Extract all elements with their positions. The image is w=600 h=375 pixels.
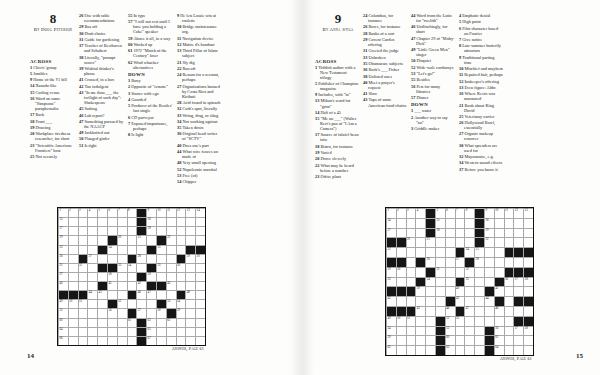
- grid-cell: 40: [455, 286, 465, 296]
- cell-number: 32: [79, 264, 82, 267]
- grid-cell: [117, 245, 127, 254]
- grid-cell: [455, 267, 465, 277]
- grid-cell: 41: [107, 281, 117, 290]
- black-square: [484, 335, 494, 345]
- black-square: [425, 267, 435, 277]
- grid-cell: 51: [406, 316, 416, 326]
- grid-cell: 57: [136, 308, 146, 317]
- grid-cell: 36: [176, 263, 186, 272]
- black-square: [195, 245, 205, 254]
- cell-number: 44: [485, 297, 488, 300]
- cell-number: 59: [387, 336, 390, 339]
- black-square: [415, 257, 425, 267]
- clue: 46 Unflinchingly, for short: [411, 24, 455, 34]
- grid-cell: 55: [58, 308, 68, 317]
- clue: 53 "Let's go!": [411, 71, 455, 76]
- cell-number: 21: [138, 236, 141, 239]
- grid-cell: 18: [435, 228, 445, 238]
- puzzle-8-byline: By Doug Peterson: [30, 27, 76, 33]
- cell-number: 1: [387, 209, 389, 212]
- black-square: [523, 296, 533, 306]
- grid-cell: 66: [58, 336, 68, 345]
- cell-number: 34: [128, 264, 131, 267]
- grid-cell: 42: [386, 296, 396, 306]
- cell-number: 14: [197, 209, 200, 212]
- clue: 3 Griddle maker: [411, 126, 455, 131]
- grid-cell: 53: [166, 299, 176, 308]
- grid-cell: [455, 335, 465, 345]
- grid-cell: [166, 254, 176, 263]
- grid-cell: 37: [58, 272, 68, 281]
- grid-cell: 60: [58, 318, 68, 327]
- clue: 49 "Little Green Men" singer: [411, 47, 455, 57]
- grid-cell: [415, 237, 425, 247]
- grid-cell: [484, 316, 494, 326]
- clue: 4 Guarded: [128, 97, 173, 102]
- cell-number: 63: [167, 319, 170, 322]
- clue: 5 High point: [459, 19, 503, 24]
- grid-cell: [117, 290, 127, 299]
- grid-cell: [87, 226, 97, 235]
- cell-number: 19: [59, 236, 62, 239]
- grid-cell: [97, 254, 107, 263]
- grid-cell: 1: [58, 208, 68, 217]
- black-square: [474, 218, 484, 228]
- black-square: [136, 336, 146, 345]
- cell-number: 19: [485, 229, 488, 232]
- grid-cell: [484, 277, 494, 287]
- clue: 24 Columbus, for instance: [363, 13, 407, 23]
- grid-cell: [415, 228, 425, 238]
- black-square: [386, 286, 396, 296]
- grid-cell: 50: [396, 316, 406, 326]
- cell-number: 29: [187, 255, 190, 258]
- black-square: [176, 290, 186, 299]
- grid-cell: [195, 299, 205, 308]
- grid-cell: [494, 237, 504, 247]
- clue: 29 Bus off: [79, 24, 124, 29]
- black-square: [484, 286, 494, 296]
- cell-number: 52: [118, 300, 121, 303]
- grid-cell: 40: [58, 281, 68, 290]
- clue: 52 Wide-wale corduroys: [411, 65, 455, 70]
- grid-cell: [455, 237, 465, 247]
- clue: 14 Xanadu-like: [30, 83, 75, 88]
- grid-cell: [464, 345, 474, 355]
- cell-number: 2: [69, 209, 71, 212]
- grid-cell: [425, 326, 435, 336]
- grid-cell: 48: [185, 290, 195, 299]
- cell-number: 11: [505, 209, 508, 212]
- grid-cell: [68, 235, 78, 244]
- clue: 13 Third Pillar of Islam subject: [177, 48, 221, 58]
- cell-number: 24: [108, 246, 111, 249]
- grid-cell: [176, 281, 186, 290]
- black-square: [425, 218, 435, 228]
- grid-cell: [78, 272, 88, 281]
- cell-number: 20: [118, 236, 121, 239]
- cell-number: 43: [167, 282, 170, 285]
- black-square: [97, 245, 107, 254]
- clue: 48 Very small opening: [177, 160, 221, 165]
- grid-cell: [87, 235, 97, 244]
- grid-cell: [406, 326, 416, 336]
- grid-cell: 8: [127, 208, 137, 217]
- grid-cell: 39: [415, 286, 425, 296]
- grid-cell: [474, 316, 484, 326]
- clue: 36 Original head writer of "SCTV": [177, 131, 221, 141]
- grid-cell: [127, 299, 137, 308]
- clue: 11 Repaired hair, perhaps: [459, 72, 503, 77]
- black-square: [425, 228, 435, 238]
- cell-number: 40: [59, 282, 62, 285]
- grid-cell: [107, 327, 117, 336]
- cell-number: 37: [59, 273, 62, 276]
- grid-cell: [523, 228, 533, 238]
- cell-number: 57: [515, 327, 518, 330]
- black-square: [406, 306, 416, 316]
- grid-cell: [195, 226, 205, 235]
- cell-number: 21: [427, 238, 430, 241]
- clue: 55 In type: [128, 13, 173, 18]
- cell-number: 8: [128, 209, 130, 212]
- grid-cell: [415, 316, 425, 326]
- black-square: [136, 217, 146, 226]
- clue: 25 Not securely: [30, 154, 75, 159]
- black-square: [156, 235, 166, 244]
- clue: 21 Sly dig: [177, 60, 221, 65]
- grid-cell: [445, 247, 455, 257]
- grid-cell: [127, 226, 137, 235]
- grid-cell: [156, 327, 166, 336]
- grid-cell: [87, 217, 97, 226]
- grid-cell: 8: [464, 208, 474, 218]
- grid-cell: [127, 217, 137, 226]
- grid-cell: [68, 217, 78, 226]
- page-number-14: 14: [27, 352, 34, 360]
- grid-cell: [87, 336, 97, 345]
- black-square: [396, 286, 406, 296]
- clue: 9 Traditional parting time: [459, 55, 503, 65]
- black-square: [396, 306, 406, 316]
- cell-number: 35: [157, 264, 160, 267]
- clue: 50 Flanged girder: [79, 136, 124, 141]
- grid-cell: [176, 235, 186, 244]
- grid-cell: 6: [445, 208, 455, 218]
- grid-cell: 49: [386, 316, 396, 326]
- black-square: [396, 237, 406, 247]
- black-square: [455, 306, 465, 316]
- puzzle-9-clue-column-2: 24 Columbus, for instance26 Bores, for i…: [363, 13, 407, 109]
- grid-cell: 33: [386, 277, 396, 287]
- grid-cell: [176, 272, 186, 281]
- grid-cell: 63: [445, 345, 455, 355]
- grid-cell: [406, 267, 416, 277]
- black-square: [523, 247, 533, 257]
- grid-cell: [455, 326, 465, 336]
- grid-cell: [195, 336, 205, 345]
- grid-cell: 24: [107, 245, 117, 254]
- cell-number: 60: [59, 319, 62, 322]
- cell-number: 23: [387, 248, 390, 251]
- grid-cell: [166, 290, 176, 299]
- black-square: [474, 228, 484, 238]
- cell-number: 4: [89, 209, 91, 212]
- grid-cell: [513, 335, 523, 345]
- grid-cell: 64: [58, 327, 68, 336]
- grid-cell: 41: [494, 286, 504, 296]
- grid-cell: [435, 247, 445, 257]
- grid-cell: [415, 335, 425, 345]
- clue: 35 Taken down: [177, 125, 221, 130]
- grid-cell: 22: [484, 237, 494, 247]
- grid-cell: 61: [127, 318, 137, 327]
- grid-cell: [396, 345, 406, 355]
- grid-cell: [523, 218, 533, 228]
- grid-cell: [513, 345, 523, 355]
- cell-number: 53: [456, 317, 459, 320]
- grid-cell: [474, 306, 484, 316]
- grid-cell: [513, 286, 523, 296]
- grid-cell: [117, 272, 127, 281]
- black-square: [156, 281, 166, 290]
- grid-cell: [68, 263, 78, 272]
- cell-number: 7: [456, 209, 458, 212]
- black-square: [97, 263, 107, 272]
- grid-cell: 43: [166, 281, 176, 290]
- grid-cell: [176, 318, 186, 327]
- grid-cell: [484, 267, 494, 277]
- grid-cell: 23: [58, 245, 68, 254]
- grid-cell: [523, 335, 533, 345]
- black-square: [78, 290, 88, 299]
- cell-number: 38: [525, 278, 528, 281]
- cell-number: 42: [387, 297, 390, 300]
- grid-cell: [523, 237, 533, 247]
- cell-number: 45: [99, 291, 102, 294]
- grid-cell: [464, 296, 474, 306]
- grid-cell: [445, 228, 455, 238]
- grid-cell: 23: [386, 247, 396, 257]
- grid-cell: 15: [435, 218, 445, 228]
- black-square: [107, 263, 117, 272]
- grid-cell: [176, 336, 186, 345]
- grid-cell: [504, 228, 514, 238]
- clue: 24 Reason for a recount, perhaps: [177, 72, 221, 82]
- clue: 20 Drove cleverly: [315, 156, 359, 161]
- grid-cell: 45: [97, 290, 107, 299]
- grid-cell: [117, 281, 127, 290]
- grid-cell: [504, 345, 514, 355]
- cell-number: 41: [108, 282, 111, 285]
- black-square: [386, 257, 396, 267]
- grid-cell: [504, 257, 514, 267]
- grid-cell: 56: [494, 326, 504, 336]
- cell-number: 17: [387, 229, 390, 232]
- clue: 15 Curling venue: [30, 90, 75, 95]
- grid-cell: 35: [464, 277, 474, 287]
- grid-cell: [406, 277, 416, 287]
- cell-number: 49: [59, 300, 62, 303]
- clue: 16 Word on some "Simpsons" paraphernalia: [30, 96, 75, 111]
- grid-cell: [504, 286, 514, 296]
- grid-cell: [117, 217, 127, 226]
- cell-number: 48: [495, 307, 498, 310]
- cell-number: 9: [485, 209, 487, 212]
- clue: 40 Meet a prayer's request: [363, 80, 407, 90]
- grid-cell: [117, 336, 127, 345]
- grid-cell: [185, 272, 195, 281]
- clue: 3 Starter with ego: [128, 91, 173, 96]
- grid-cell: [156, 254, 166, 263]
- cell-number: 63: [446, 346, 449, 349]
- grid-cell: [107, 217, 117, 226]
- grid-cell: [185, 318, 195, 327]
- cell-number: 35: [466, 278, 469, 281]
- grid-cell: [425, 286, 435, 296]
- cell-number: 52: [446, 317, 449, 320]
- clue: 33 Unbroken: [363, 55, 407, 60]
- grid-cell: [68, 308, 78, 317]
- clue: 18 Front ___: [30, 119, 75, 124]
- black-square: [494, 277, 504, 287]
- grid-cell: [185, 235, 195, 244]
- clue: 40 Does one's part: [177, 143, 221, 148]
- black-square: [435, 316, 445, 326]
- grid-cell: 21: [425, 237, 435, 247]
- black-square: [513, 267, 523, 277]
- grid-cell: [97, 299, 107, 308]
- black-square: [127, 308, 137, 317]
- grid-cell: [406, 257, 416, 267]
- cell-number: 59: [177, 309, 180, 312]
- black-square: [406, 286, 416, 296]
- grid-cell: 55: [445, 326, 455, 336]
- black-square: [435, 335, 445, 345]
- grid-cell: 65: [146, 327, 156, 336]
- cell-number: 3: [407, 209, 409, 212]
- cell-number: 61: [495, 336, 498, 339]
- grid-cell: [185, 226, 195, 235]
- black-square: [513, 316, 523, 326]
- clue: 29 Covent Garden offering: [363, 37, 407, 47]
- grid-cell: [97, 235, 107, 244]
- cell-number: 64: [59, 328, 62, 331]
- grid-cell: [435, 257, 445, 267]
- cell-number: 47: [148, 291, 151, 294]
- grid-cell: 53: [455, 316, 465, 326]
- puzzle-8-clue-column-2: 26 One with table recommendations29 Bus …: [79, 13, 124, 149]
- black-square: [504, 247, 514, 257]
- grid-cell: [146, 308, 156, 317]
- clue: 22 Run off: [177, 66, 221, 71]
- grid-cell: [445, 237, 455, 247]
- grid-cell: 24: [464, 247, 474, 257]
- grid-cell: [136, 299, 146, 308]
- grid-cell: [435, 277, 445, 287]
- grid-cell: [166, 263, 176, 272]
- grid-cell: 35: [156, 263, 166, 272]
- clue: 30 What spreaders are used for: [459, 143, 503, 153]
- grid-cell: [117, 327, 127, 336]
- grid-cell: 67: [146, 336, 156, 345]
- clue: 32 Mayonnaise, e.g.: [459, 154, 503, 159]
- grid-cell: 37: [513, 277, 523, 287]
- clue: 13 Milton's word for "grim": [315, 98, 359, 108]
- grid-cell: 46: [445, 306, 455, 316]
- black-square: [455, 277, 465, 287]
- grid-cell: [474, 277, 484, 287]
- grid-cell: [87, 299, 97, 308]
- clue: 55 Besides: [411, 77, 455, 82]
- grid-cell: [504, 306, 514, 316]
- cell-number: 28: [476, 258, 479, 261]
- grid-cell: 13: [523, 208, 533, 218]
- clue: 7 Exposed importance, perhaps: [128, 121, 173, 131]
- black-square: [425, 208, 435, 218]
- grid-cell: 30: [396, 267, 406, 277]
- cell-number: 26: [59, 255, 62, 258]
- clue: 31 Guide for gardening: [79, 37, 124, 42]
- grid-cell: [396, 218, 406, 228]
- grid-cell: [68, 226, 78, 235]
- grid-cell: 2: [68, 208, 78, 217]
- grid-cell: [484, 257, 494, 267]
- grid-cell: [415, 267, 425, 277]
- clue: 23 "Scientific American Frontiers" host: [30, 143, 75, 153]
- grid-cell: 13: [185, 208, 195, 217]
- grid-cell: [494, 218, 504, 228]
- grid-cell: [107, 254, 117, 263]
- grid-cell: 22: [166, 235, 176, 244]
- grid-cell: [185, 263, 195, 272]
- black-square: [136, 226, 146, 235]
- grid-cell: 10: [494, 208, 504, 218]
- cell-number: 4: [417, 209, 419, 212]
- cell-number: 20: [407, 238, 410, 241]
- black-square: [136, 327, 146, 336]
- grid-cell: 56: [107, 308, 117, 317]
- grid-cell: [523, 306, 533, 316]
- clue: 39 Wishful thinker's phrase: [79, 66, 124, 76]
- grid-cell: 16: [146, 217, 156, 226]
- section-header: ACROSS: [30, 59, 75, 64]
- grid-cell: [523, 345, 533, 355]
- cell-number: 3: [79, 209, 81, 212]
- grid-cell: [87, 318, 97, 327]
- grid-cell: [185, 281, 195, 290]
- grid-cell: [78, 327, 88, 336]
- cell-number: 13: [187, 209, 190, 212]
- cell-number: 12: [177, 209, 180, 212]
- grid-cell: [117, 318, 127, 327]
- cell-number: 2: [397, 209, 399, 212]
- grid-cell: [406, 335, 416, 345]
- clue: 49 Jackknifed out: [79, 130, 124, 135]
- cell-number: 5: [436, 209, 438, 212]
- black-square: [445, 296, 455, 306]
- cell-number: 46: [138, 291, 141, 294]
- grid-cell: [185, 299, 195, 308]
- clue: 61 1972 "Match of the Century" loser: [128, 48, 173, 58]
- cell-number: 58: [525, 327, 528, 330]
- clue: 57 "I will not rest until I have you hol…: [128, 19, 173, 34]
- grid-cell: [406, 345, 416, 355]
- cell-number: 26: [427, 258, 430, 261]
- cell-number: 62: [148, 319, 151, 322]
- grid-cell: [474, 335, 484, 345]
- grid-cell: [494, 257, 504, 267]
